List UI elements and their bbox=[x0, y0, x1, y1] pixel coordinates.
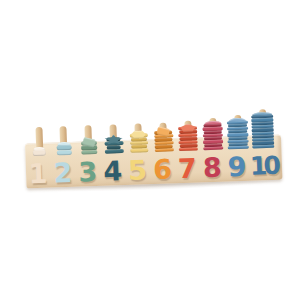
stack-1 bbox=[33, 147, 46, 156]
slot-3: 3 bbox=[74, 114, 100, 187]
slot-10: 10 bbox=[248, 108, 274, 181]
number-8: 8 bbox=[200, 155, 225, 182]
square-piece bbox=[81, 150, 97, 155]
star-piece bbox=[104, 149, 123, 154]
number-3: 3 bbox=[75, 159, 100, 186]
stack-7 bbox=[178, 124, 198, 152]
flower-piece bbox=[204, 146, 224, 150]
number-4: 4 bbox=[100, 158, 125, 185]
slot-6: 6 bbox=[148, 111, 174, 184]
number-9: 9 bbox=[225, 154, 250, 181]
stack-5 bbox=[129, 130, 148, 153]
stack-8 bbox=[203, 121, 224, 151]
product-photo: 12345678910 bbox=[0, 0, 300, 300]
stack-4 bbox=[104, 134, 124, 154]
ring-piece bbox=[252, 144, 274, 148]
number-6: 6 bbox=[150, 156, 175, 183]
stack-10 bbox=[251, 112, 274, 149]
slot-5: 5 bbox=[124, 112, 150, 185]
number-10: 10 bbox=[250, 153, 275, 180]
ring-piece bbox=[33, 150, 46, 156]
number-7: 7 bbox=[175, 155, 200, 182]
stack-9 bbox=[227, 118, 249, 150]
slot-9: 9 bbox=[223, 109, 249, 182]
ring-piece bbox=[57, 150, 72, 156]
slot-7: 7 bbox=[173, 110, 199, 183]
slot-2: 2 bbox=[49, 115, 75, 188]
counting-toy: 12345678910 bbox=[24, 108, 282, 189]
number-2: 2 bbox=[51, 160, 76, 187]
slot-4: 4 bbox=[99, 113, 125, 186]
stack-6 bbox=[154, 127, 174, 152]
slot-1: 1 bbox=[24, 116, 50, 189]
slot-8: 8 bbox=[198, 110, 224, 183]
pentagon-piece bbox=[179, 147, 198, 151]
stack-2 bbox=[56, 142, 71, 156]
hexagon-piece bbox=[130, 148, 148, 152]
number-1: 1 bbox=[26, 161, 51, 188]
number-5: 5 bbox=[125, 157, 150, 184]
stations-row: 12345678910 bbox=[24, 108, 280, 117]
square-piece bbox=[154, 148, 173, 152]
flower-piece bbox=[228, 146, 249, 150]
stack-3 bbox=[81, 138, 98, 155]
